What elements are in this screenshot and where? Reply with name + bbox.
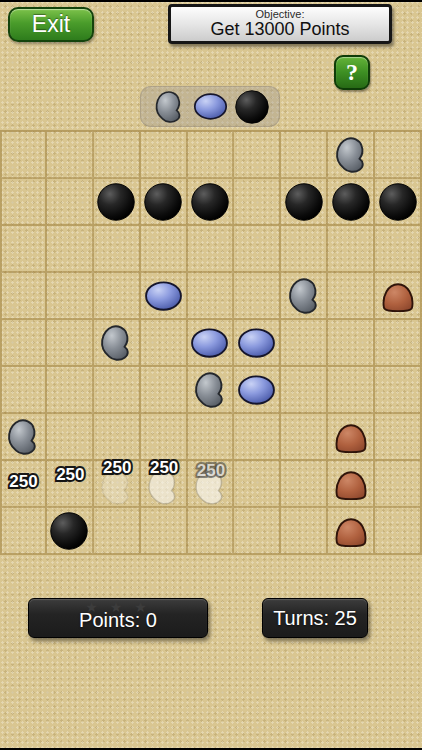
top-edge-strip bbox=[0, 0, 422, 2]
cell-r3c8[interactable] bbox=[375, 273, 422, 320]
blue-oval-piece[interactable] bbox=[237, 375, 276, 405]
cell-r1c1[interactable] bbox=[47, 179, 94, 226]
board bbox=[0, 130, 422, 555]
cell-r5c1[interactable] bbox=[47, 367, 94, 414]
cell-r1c2[interactable] bbox=[94, 179, 141, 226]
cell-r2c0[interactable] bbox=[0, 226, 47, 273]
cell-r6c5[interactable] bbox=[234, 414, 281, 461]
fading-ghost-rock-piece bbox=[191, 468, 229, 506]
cell-r8c7[interactable] bbox=[328, 508, 375, 555]
points-bar: ★ ★ ★ Points: 0 bbox=[28, 598, 208, 638]
fading-ghost-rock-piece bbox=[144, 468, 182, 506]
cell-r7c5[interactable] bbox=[234, 461, 281, 508]
black-sphere-piece[interactable] bbox=[97, 183, 135, 221]
cell-r6c7[interactable] bbox=[328, 414, 375, 461]
cell-r8c0[interactable] bbox=[0, 508, 47, 555]
cell-r6c4[interactable] bbox=[188, 414, 235, 461]
red-rock-piece[interactable] bbox=[331, 514, 371, 547]
exit-button-label: Exit bbox=[32, 11, 70, 38]
gray-rock-piece[interactable] bbox=[152, 90, 186, 124]
cell-r6c3[interactable] bbox=[141, 414, 188, 461]
cell-r3c3[interactable] bbox=[141, 273, 188, 320]
cell-r1c7[interactable] bbox=[328, 179, 375, 226]
exit-button[interactable]: Exit bbox=[8, 7, 94, 42]
cell-r1c6[interactable] bbox=[281, 179, 328, 226]
cell-r0c3[interactable] bbox=[141, 132, 188, 179]
black-sphere-piece[interactable] bbox=[332, 183, 370, 221]
black-sphere-piece[interactable] bbox=[50, 512, 88, 550]
cell-r6c1[interactable] bbox=[47, 414, 94, 461]
turns-bar: Turns: 25 bbox=[262, 598, 368, 638]
cell-r7c6[interactable] bbox=[281, 461, 328, 508]
cell-r2c7[interactable] bbox=[328, 226, 375, 273]
cell-r7c1[interactable] bbox=[47, 461, 94, 508]
red-rock-piece[interactable] bbox=[378, 279, 418, 312]
fading-ghost-rock-piece bbox=[97, 468, 135, 506]
cell-r7c3[interactable] bbox=[141, 461, 188, 508]
cell-r2c5[interactable] bbox=[234, 226, 281, 273]
cell-r0c5[interactable] bbox=[234, 132, 281, 179]
preview-tray bbox=[140, 86, 280, 127]
cell-r4c1[interactable] bbox=[47, 320, 94, 367]
cell-r6c8[interactable] bbox=[375, 414, 422, 461]
cell-r0c7[interactable] bbox=[328, 132, 375, 179]
cell-r7c8[interactable] bbox=[375, 461, 422, 508]
cell-r7c4[interactable] bbox=[188, 461, 235, 508]
cell-r2c1[interactable] bbox=[47, 226, 94, 273]
cell-r4c4[interactable] bbox=[188, 320, 235, 367]
blue-oval-piece[interactable] bbox=[193, 93, 228, 120]
cell-r4c2[interactable] bbox=[94, 320, 141, 367]
cell-r0c4[interactable] bbox=[188, 132, 235, 179]
cell-r4c6[interactable] bbox=[281, 320, 328, 367]
cell-r8c3[interactable] bbox=[141, 508, 188, 555]
cell-r6c0[interactable] bbox=[0, 414, 47, 461]
objective-box: Objective: Get 13000 Points bbox=[168, 4, 392, 44]
objective-text: Get 13000 Points bbox=[210, 20, 349, 39]
cell-r3c0[interactable] bbox=[0, 273, 47, 320]
gray-rock-piece[interactable] bbox=[285, 277, 323, 315]
gray-rock-piece[interactable] bbox=[4, 418, 42, 456]
cell-r8c6[interactable] bbox=[281, 508, 328, 555]
cell-r1c8[interactable] bbox=[375, 179, 422, 226]
cell-r7c2[interactable] bbox=[94, 461, 141, 508]
game-screen: { "game": "stone color-matching puzzle (… bbox=[0, 0, 422, 750]
cell-r5c6[interactable] bbox=[281, 367, 328, 414]
cell-r5c4[interactable] bbox=[188, 367, 235, 414]
cell-r2c2[interactable] bbox=[94, 226, 141, 273]
cell-r5c5[interactable] bbox=[234, 367, 281, 414]
cell-r3c2[interactable] bbox=[94, 273, 141, 320]
blue-oval-piece[interactable] bbox=[237, 328, 276, 358]
red-rock-piece[interactable] bbox=[331, 467, 371, 500]
red-rock-piece[interactable] bbox=[331, 420, 371, 453]
cell-r5c3[interactable] bbox=[141, 367, 188, 414]
black-sphere-piece[interactable] bbox=[285, 183, 323, 221]
gray-rock-piece[interactable] bbox=[332, 136, 370, 174]
cell-r0c6[interactable] bbox=[281, 132, 328, 179]
help-button[interactable]: ? bbox=[334, 55, 370, 90]
gray-rock-piece[interactable] bbox=[191, 371, 229, 409]
blue-oval-piece[interactable] bbox=[190, 328, 229, 358]
black-sphere-piece[interactable] bbox=[144, 183, 182, 221]
cell-r5c0[interactable] bbox=[0, 367, 47, 414]
cell-r0c2[interactable] bbox=[94, 132, 141, 179]
cell-r4c3[interactable] bbox=[141, 320, 188, 367]
cell-r1c3[interactable] bbox=[141, 179, 188, 226]
cell-r2c6[interactable] bbox=[281, 226, 328, 273]
cell-r5c7[interactable] bbox=[328, 367, 375, 414]
question-mark-icon: ? bbox=[346, 59, 358, 86]
black-sphere-piece[interactable] bbox=[191, 183, 229, 221]
cell-r8c4[interactable] bbox=[188, 508, 235, 555]
cell-r5c2[interactable] bbox=[94, 367, 141, 414]
cell-r8c1[interactable] bbox=[47, 508, 94, 555]
cell-r2c8[interactable] bbox=[375, 226, 422, 273]
black-sphere-piece[interactable] bbox=[379, 183, 417, 221]
cell-r0c8[interactable] bbox=[375, 132, 422, 179]
cell-r8c5[interactable] bbox=[234, 508, 281, 555]
turns-label: Turns: 25 bbox=[273, 607, 357, 630]
cell-r4c7[interactable] bbox=[328, 320, 375, 367]
cell-r3c5[interactable] bbox=[234, 273, 281, 320]
cell-r7c7[interactable] bbox=[328, 461, 375, 508]
cell-r3c4[interactable] bbox=[188, 273, 235, 320]
gray-rock-piece[interactable] bbox=[97, 324, 135, 362]
cell-r4c0[interactable] bbox=[0, 320, 47, 367]
cell-r2c4[interactable] bbox=[188, 226, 235, 273]
cell-r7c0[interactable] bbox=[0, 461, 47, 508]
cell-r4c5[interactable] bbox=[234, 320, 281, 367]
cell-r3c7[interactable] bbox=[328, 273, 375, 320]
cell-r8c8[interactable] bbox=[375, 508, 422, 555]
cell-r5c8[interactable] bbox=[375, 367, 422, 414]
cell-r1c5[interactable] bbox=[234, 179, 281, 226]
cell-r1c4[interactable] bbox=[188, 179, 235, 226]
cell-r6c6[interactable] bbox=[281, 414, 328, 461]
stars-icons: ★ ★ ★ bbox=[29, 600, 207, 614]
cell-r3c1[interactable] bbox=[47, 273, 94, 320]
black-sphere-piece[interactable] bbox=[235, 90, 269, 124]
cell-r2c3[interactable] bbox=[141, 226, 188, 273]
blue-oval-piece[interactable] bbox=[144, 281, 183, 311]
cell-r1c0[interactable] bbox=[0, 179, 47, 226]
cell-r0c0[interactable] bbox=[0, 132, 47, 179]
cell-r6c2[interactable] bbox=[94, 414, 141, 461]
cell-r4c8[interactable] bbox=[375, 320, 422, 367]
cell-r0c1[interactable] bbox=[47, 132, 94, 179]
cell-r8c2[interactable] bbox=[94, 508, 141, 555]
cell-r3c6[interactable] bbox=[281, 273, 328, 320]
